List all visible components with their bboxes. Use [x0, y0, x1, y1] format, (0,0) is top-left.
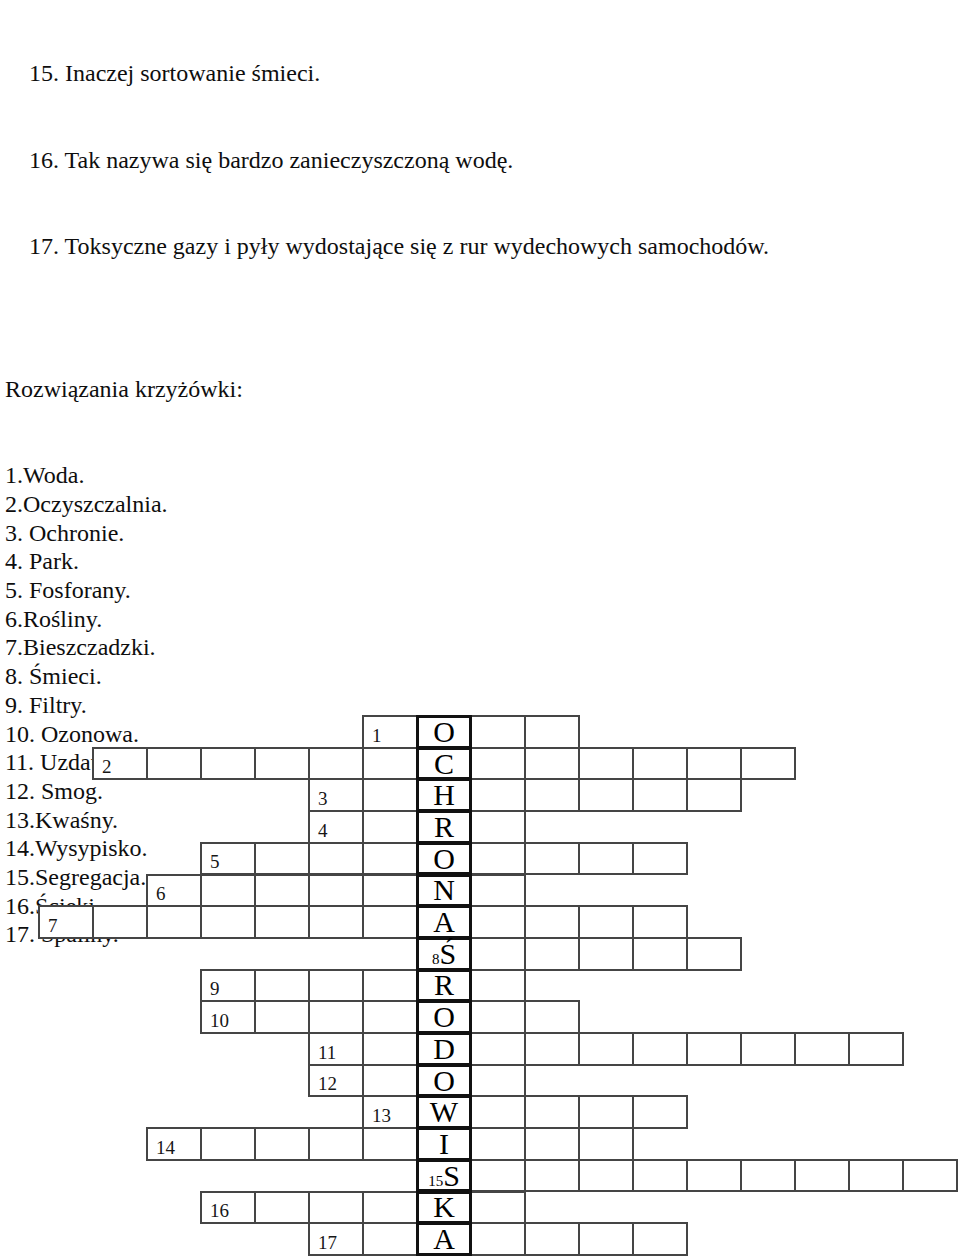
grid-cell: [362, 1032, 418, 1066]
keyword-cell: R: [416, 810, 472, 844]
grid-cell: [362, 1064, 418, 1098]
grid-cell: [470, 778, 526, 812]
grid-cell: [794, 1032, 850, 1066]
grid-cell: [470, 1127, 526, 1161]
grid-cell: [740, 1032, 796, 1066]
grid-cell: [92, 905, 148, 939]
keyword-letter: N: [433, 875, 455, 905]
grid-cell: 7: [38, 905, 94, 939]
keyword-letter: O: [433, 1066, 455, 1096]
keyword-letter: R: [434, 970, 454, 1000]
grid-cell: 16: [200, 1191, 256, 1225]
grid-cell: [254, 905, 310, 939]
grid-cell: [470, 810, 526, 844]
keyword-cell: 15S: [416, 1159, 472, 1193]
grid-cell: [254, 874, 310, 908]
grid-cell: [470, 1222, 526, 1256]
row-number: 4: [318, 821, 328, 840]
grid-cell: 6: [146, 874, 202, 908]
keyword-cell: D: [416, 1032, 472, 1066]
grid-cell: [200, 905, 256, 939]
keyword-cell: H: [416, 778, 472, 812]
grid-cell: [308, 1191, 364, 1225]
grid-cell: 17: [308, 1222, 364, 1256]
grid-cell: 13: [362, 1095, 418, 1129]
keyword-letter: W: [430, 1097, 458, 1127]
keyword-letter: 15S: [428, 1161, 460, 1191]
grid-cell: [632, 1222, 688, 1256]
grid-cell: [578, 905, 634, 939]
grid-cell: 12: [308, 1064, 364, 1098]
grid-cell: [578, 1032, 634, 1066]
grid-cell: [470, 1191, 526, 1225]
grid-cell: [848, 1159, 904, 1193]
grid-cell: [524, 842, 580, 876]
grid-cell: [470, 969, 526, 1003]
grid-cell: 5: [200, 842, 256, 876]
keyword-cell-number: 15: [428, 1173, 443, 1189]
keyword-cell: O: [416, 715, 472, 749]
grid-cell: [632, 905, 688, 939]
keyword-cell: C: [416, 747, 472, 781]
grid-cell: [686, 778, 742, 812]
keyword-letter: D: [433, 1034, 455, 1064]
keyword-letter: I: [439, 1129, 449, 1159]
grid-cell: [200, 874, 256, 908]
grid-cell: [578, 842, 634, 876]
grid-cell: [578, 778, 634, 812]
keyword-letter: O: [433, 844, 455, 874]
grid-cell: [524, 1032, 580, 1066]
grid-cell: [362, 842, 418, 876]
keyword-cell: O: [416, 1064, 472, 1098]
row-number: 1: [372, 726, 382, 745]
grid-cell: [524, 1222, 580, 1256]
keyword-letter: A: [433, 1224, 455, 1254]
grid-cell: 2: [92, 747, 148, 781]
grid-cell: [254, 1000, 310, 1034]
grid-cell: [362, 1000, 418, 1034]
grid-cell: [524, 905, 580, 939]
grid-cell: [362, 969, 418, 1003]
keyword-letter: H: [433, 780, 455, 810]
grid-cell: [308, 1127, 364, 1161]
keyword-cell: 8Ś: [416, 937, 472, 971]
keyword-letter: O: [433, 717, 455, 747]
grid-cell: [686, 937, 742, 971]
keyword-cell: A: [416, 1222, 472, 1256]
grid-cell: [470, 874, 526, 908]
grid-cell: [470, 1032, 526, 1066]
grid-cell: [740, 747, 796, 781]
grid-cell: [632, 747, 688, 781]
grid-cell: [146, 905, 202, 939]
grid-cell: [524, 778, 580, 812]
grid-cell: [848, 1032, 904, 1066]
keyword-cell: W: [416, 1095, 472, 1129]
keyword-letter: K: [433, 1192, 455, 1222]
grid-cell: [578, 747, 634, 781]
row-number: 3: [318, 789, 328, 808]
row-number: 17: [318, 1233, 337, 1252]
keyword-letter: O: [433, 1002, 455, 1032]
grid-cell: [686, 747, 742, 781]
grid-cell: [470, 715, 526, 749]
grid-cell: 11: [308, 1032, 364, 1066]
row-number: 6: [156, 884, 166, 903]
keyword-cell: R: [416, 969, 472, 1003]
grid-cell: [578, 937, 634, 971]
grid-cell: [632, 937, 688, 971]
grid-cell: [470, 937, 526, 971]
grid-cell: [470, 1064, 526, 1098]
grid-cell: [470, 905, 526, 939]
grid-cell: [632, 1032, 688, 1066]
row-number: 7: [48, 916, 58, 935]
grid-cell: [200, 747, 256, 781]
grid-cell: [524, 747, 580, 781]
grid-cell: [362, 1191, 418, 1225]
keyword-letter: 8Ś: [432, 939, 456, 969]
grid-cell: [308, 874, 364, 908]
grid-cell: [578, 1159, 634, 1193]
row-number: 9: [210, 979, 220, 998]
grid-cell: [362, 905, 418, 939]
keyword-letter: A: [433, 907, 455, 937]
grid-cell: [254, 1127, 310, 1161]
grid-cell: [524, 1127, 580, 1161]
row-number: 14: [156, 1138, 175, 1157]
keyword-cell: N: [416, 874, 472, 908]
keyword-cell: K: [416, 1191, 472, 1225]
row-number: 11: [318, 1043, 336, 1062]
grid-cell: [362, 747, 418, 781]
row-number: 2: [102, 757, 112, 776]
grid-cell: [254, 969, 310, 1003]
grid-cell: [362, 1222, 418, 1256]
grid-cell: [200, 1127, 256, 1161]
row-number: 16: [210, 1201, 229, 1220]
grid-cell: [524, 715, 580, 749]
grid-cell: [470, 1000, 526, 1034]
keyword-cell: O: [416, 1000, 472, 1034]
grid-cell: [578, 1222, 634, 1256]
grid-cell: [632, 778, 688, 812]
row-number: 10: [210, 1011, 229, 1030]
keyword-cell: A: [416, 905, 472, 939]
grid-cell: [470, 842, 526, 876]
grid-cell: [362, 874, 418, 908]
grid-cell: [578, 1095, 634, 1129]
row-number: 5: [210, 852, 220, 871]
grid-cell: [578, 1127, 634, 1161]
grid-cell: [362, 1127, 418, 1161]
keyword-cell: I: [416, 1127, 472, 1161]
grid-cell: [902, 1159, 958, 1193]
grid-cell: 1: [362, 715, 418, 749]
grid-cell: [362, 810, 418, 844]
grid-cell: [524, 937, 580, 971]
grid-cell: [470, 1095, 526, 1129]
grid-cell: 9: [200, 969, 256, 1003]
row-number: 12: [318, 1074, 337, 1093]
grid-cell: [524, 1095, 580, 1129]
grid-cell: [470, 747, 526, 781]
grid-cell: [632, 1159, 688, 1193]
grid-cell: [254, 842, 310, 876]
grid-cell: [254, 747, 310, 781]
grid-cell: [740, 1159, 796, 1193]
keyword-letter: R: [434, 812, 454, 842]
grid-cell: [308, 1000, 364, 1034]
grid-cell: [308, 747, 364, 781]
grid-cell: [254, 1191, 310, 1225]
grid-cell: [632, 842, 688, 876]
grid-cell: [632, 1095, 688, 1129]
grid-cell: [146, 747, 202, 781]
crossword-board: 1O2C3H4R5O6N7A8Ś9R10O11D12O13W14I15S16K1…: [0, 0, 960, 1260]
grid-cell: 4: [308, 810, 364, 844]
grid-cell: [470, 1159, 526, 1193]
grid-cell: [686, 1159, 742, 1193]
grid-cell: 10: [200, 1000, 256, 1034]
grid-cell: 3: [308, 778, 364, 812]
grid-cell: [524, 1000, 580, 1034]
grid-cell: [308, 905, 364, 939]
grid-cell: [686, 1032, 742, 1066]
keyword-letter: C: [434, 749, 454, 779]
row-number: 13: [372, 1106, 391, 1125]
grid-cell: [524, 1159, 580, 1193]
grid-cell: 14: [146, 1127, 202, 1161]
grid-cell: [308, 842, 364, 876]
grid-cell: [362, 778, 418, 812]
keyword-cell: O: [416, 842, 472, 876]
grid-cell: [794, 1159, 850, 1193]
grid-cell: [308, 969, 364, 1003]
